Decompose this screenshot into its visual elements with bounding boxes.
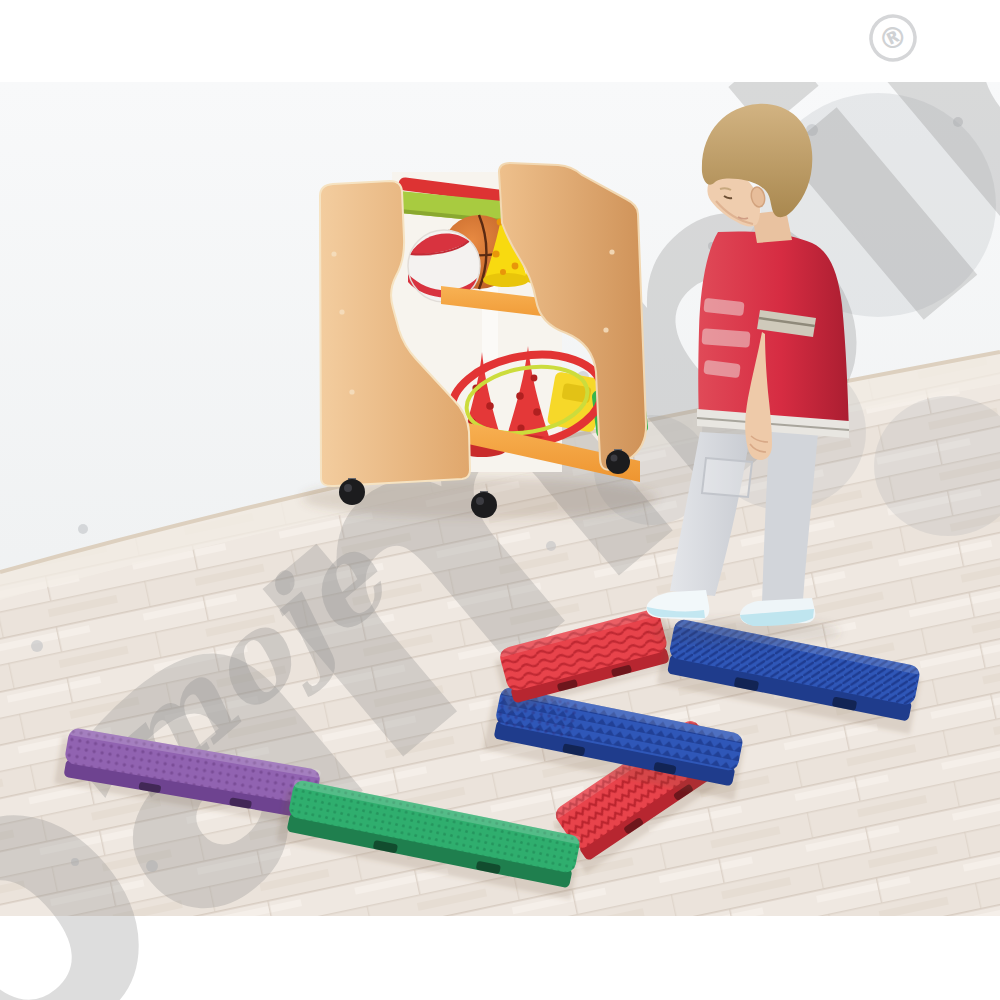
scene-svg: bambino moje (0, 0, 1000, 1000)
product-photo: bambino moje (0, 0, 1000, 1000)
registered-trademark: ® (864, 9, 922, 67)
boy-cargo-pocket (702, 458, 752, 497)
storage-trolley (302, 163, 658, 518)
